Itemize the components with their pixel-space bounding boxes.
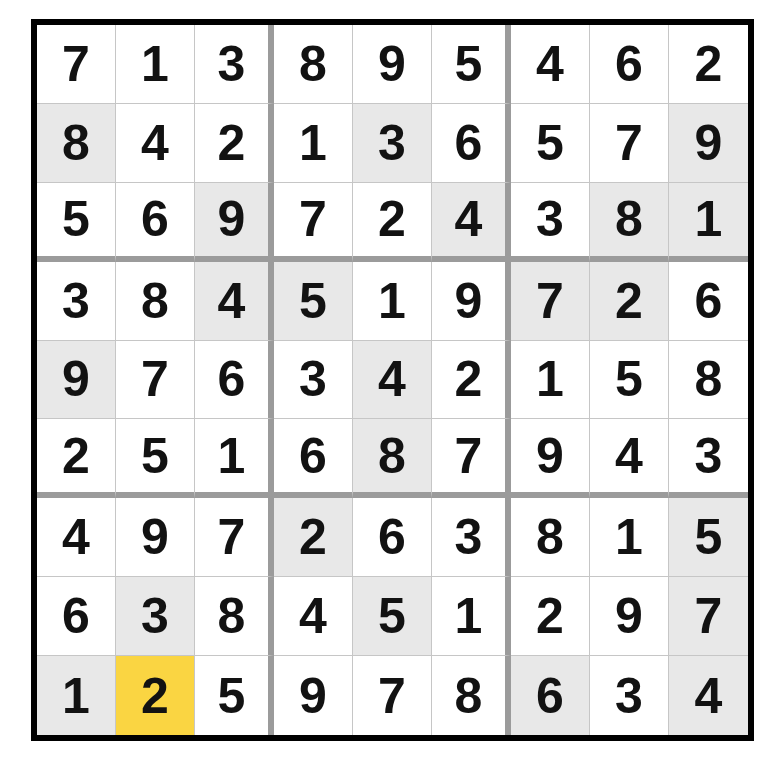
cell-r8c8[interactable]: 9 bbox=[590, 577, 669, 656]
cell-r1c7[interactable]: 4 bbox=[511, 25, 590, 104]
cell-r2c1[interactable]: 8 bbox=[37, 104, 116, 183]
cell-r9c3[interactable]: 5 bbox=[195, 656, 274, 735]
cell-r3c9[interactable]: 1 bbox=[669, 183, 748, 262]
cell-r5c5[interactable]: 4 bbox=[353, 341, 432, 420]
cell-r5c9[interactable]: 8 bbox=[669, 341, 748, 420]
cell-r9c4[interactable]: 9 bbox=[274, 656, 353, 735]
cell-r5c4[interactable]: 3 bbox=[274, 341, 353, 420]
cell-r9c2[interactable]: 2 bbox=[116, 656, 195, 735]
cell-r2c3[interactable]: 2 bbox=[195, 104, 274, 183]
cell-r3c4[interactable]: 7 bbox=[274, 183, 353, 262]
cell-r4c3[interactable]: 4 bbox=[195, 262, 274, 341]
cell-r5c2[interactable]: 7 bbox=[116, 341, 195, 420]
cell-r8c4[interactable]: 4 bbox=[274, 577, 353, 656]
cell-r9c5[interactable]: 7 bbox=[353, 656, 432, 735]
cell-r6c4[interactable]: 6 bbox=[274, 419, 353, 498]
cell-r8c1[interactable]: 6 bbox=[37, 577, 116, 656]
cell-r3c1[interactable]: 5 bbox=[37, 183, 116, 262]
cell-r3c5[interactable]: 2 bbox=[353, 183, 432, 262]
cell-r4c1[interactable]: 3 bbox=[37, 262, 116, 341]
cell-r9c1[interactable]: 1 bbox=[37, 656, 116, 735]
cell-r1c6[interactable]: 5 bbox=[432, 25, 511, 104]
cell-r3c2[interactable]: 6 bbox=[116, 183, 195, 262]
cell-r6c7[interactable]: 9 bbox=[511, 419, 590, 498]
cell-r8c2[interactable]: 3 bbox=[116, 577, 195, 656]
cell-r1c4[interactable]: 8 bbox=[274, 25, 353, 104]
cell-r4c2[interactable]: 8 bbox=[116, 262, 195, 341]
cell-r6c2[interactable]: 5 bbox=[116, 419, 195, 498]
cell-r4c7[interactable]: 7 bbox=[511, 262, 590, 341]
cell-r1c1[interactable]: 7 bbox=[37, 25, 116, 104]
cell-r7c2[interactable]: 9 bbox=[116, 498, 195, 577]
page: 7138954628421365795697243813845197269763… bbox=[0, 0, 780, 763]
cell-r6c9[interactable]: 3 bbox=[669, 419, 748, 498]
cell-r3c6[interactable]: 4 bbox=[432, 183, 511, 262]
cell-r8c9[interactable]: 7 bbox=[669, 577, 748, 656]
cell-r6c1[interactable]: 2 bbox=[37, 419, 116, 498]
cell-r7c3[interactable]: 7 bbox=[195, 498, 274, 577]
cell-r7c9[interactable]: 5 bbox=[669, 498, 748, 577]
cell-r2c7[interactable]: 5 bbox=[511, 104, 590, 183]
cell-r2c8[interactable]: 7 bbox=[590, 104, 669, 183]
cell-r4c5[interactable]: 1 bbox=[353, 262, 432, 341]
cell-r7c7[interactable]: 8 bbox=[511, 498, 590, 577]
cell-r9c6[interactable]: 8 bbox=[432, 656, 511, 735]
cell-r1c8[interactable]: 6 bbox=[590, 25, 669, 104]
cell-r9c7[interactable]: 6 bbox=[511, 656, 590, 735]
cell-r4c4[interactable]: 5 bbox=[274, 262, 353, 341]
cell-r2c2[interactable]: 4 bbox=[116, 104, 195, 183]
cell-r1c5[interactable]: 9 bbox=[353, 25, 432, 104]
cell-r7c6[interactable]: 3 bbox=[432, 498, 511, 577]
cell-r1c9[interactable]: 2 bbox=[669, 25, 748, 104]
cell-r7c4[interactable]: 2 bbox=[274, 498, 353, 577]
cell-r3c7[interactable]: 3 bbox=[511, 183, 590, 262]
cell-r3c3[interactable]: 9 bbox=[195, 183, 274, 262]
cell-r5c8[interactable]: 5 bbox=[590, 341, 669, 420]
cell-r5c7[interactable]: 1 bbox=[511, 341, 590, 420]
cell-r1c3[interactable]: 3 bbox=[195, 25, 274, 104]
sudoku-board: 7138954628421365795697243813845197269763… bbox=[31, 19, 754, 741]
cell-r5c3[interactable]: 6 bbox=[195, 341, 274, 420]
cell-r7c8[interactable]: 1 bbox=[590, 498, 669, 577]
cell-r4c6[interactable]: 9 bbox=[432, 262, 511, 341]
cell-r6c8[interactable]: 4 bbox=[590, 419, 669, 498]
cell-r2c6[interactable]: 6 bbox=[432, 104, 511, 183]
cell-r6c5[interactable]: 8 bbox=[353, 419, 432, 498]
cell-r2c5[interactable]: 3 bbox=[353, 104, 432, 183]
cell-r5c6[interactable]: 2 bbox=[432, 341, 511, 420]
cell-r1c2[interactable]: 1 bbox=[116, 25, 195, 104]
cell-r6c3[interactable]: 1 bbox=[195, 419, 274, 498]
cell-r2c4[interactable]: 1 bbox=[274, 104, 353, 183]
cell-r2c9[interactable]: 9 bbox=[669, 104, 748, 183]
cell-r3c8[interactable]: 8 bbox=[590, 183, 669, 262]
cell-r9c9[interactable]: 4 bbox=[669, 656, 748, 735]
cell-r6c6[interactable]: 7 bbox=[432, 419, 511, 498]
cell-r8c3[interactable]: 8 bbox=[195, 577, 274, 656]
cell-r8c5[interactable]: 5 bbox=[353, 577, 432, 656]
cell-r8c6[interactable]: 1 bbox=[432, 577, 511, 656]
cell-r9c8[interactable]: 3 bbox=[590, 656, 669, 735]
cell-r4c8[interactable]: 2 bbox=[590, 262, 669, 341]
cell-r7c1[interactable]: 4 bbox=[37, 498, 116, 577]
cell-r8c7[interactable]: 2 bbox=[511, 577, 590, 656]
cell-r7c5[interactable]: 6 bbox=[353, 498, 432, 577]
cell-r5c1[interactable]: 9 bbox=[37, 341, 116, 420]
cell-r4c9[interactable]: 6 bbox=[669, 262, 748, 341]
